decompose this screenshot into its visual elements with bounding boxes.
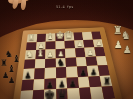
white-pawn[interactable]: ♟: [92, 40, 105, 47]
captured-white-pawn: ♟: [123, 45, 132, 55]
black-pawn[interactable]: ♟: [21, 71, 36, 79]
chess-board[interactable]: ♚♛♜♝♝♞♟♟♟♟♟♟♚♛♜♞♟♟♟♟♟♟: [10, 27, 128, 99]
game-scene: ♚♛♜♝♝♞♟♟♟♟♟♟♚♛♜♞♟♟♟♟♟♟ ♞♝♜♝♟♟ ♜♞♟♟ 51.4 …: [0, 0, 133, 99]
black-knight[interactable]: ♞: [54, 58, 68, 67]
hand-finger: [12, 0, 20, 9]
white-knight[interactable]: ♞: [23, 50, 37, 59]
board-perspective-wrap: ♚♛♜♝♝♞♟♟♟♟♟♟♚♛♜♞♟♟♟♟♟♟: [2, 15, 130, 99]
hud-status-text: 51.4 fps: [56, 5, 73, 9]
captured-white-pawn: ♟: [114, 40, 123, 50]
white-pawn[interactable]: ♟: [73, 41, 86, 48]
black-pawn[interactable]: ♟: [76, 68, 91, 76]
white-pawn[interactable]: ♟: [84, 49, 97, 56]
black-rook[interactable]: ♜: [99, 76, 114, 86]
captured-black-pawn: ♟: [8, 77, 15, 85]
hand-cursor-icon: [5, 0, 39, 12]
white-rook[interactable]: ♜: [25, 33, 38, 41]
black-king[interactable]: ♚: [42, 88, 58, 99]
board-pieces-layer: ♚♛♜♝♝♞♟♟♟♟♟♟♚♛♜♞♟♟♟♟♟♟: [18, 31, 118, 99]
hand-finger: [20, 0, 26, 10]
white-bishop[interactable]: ♝: [44, 32, 56, 41]
